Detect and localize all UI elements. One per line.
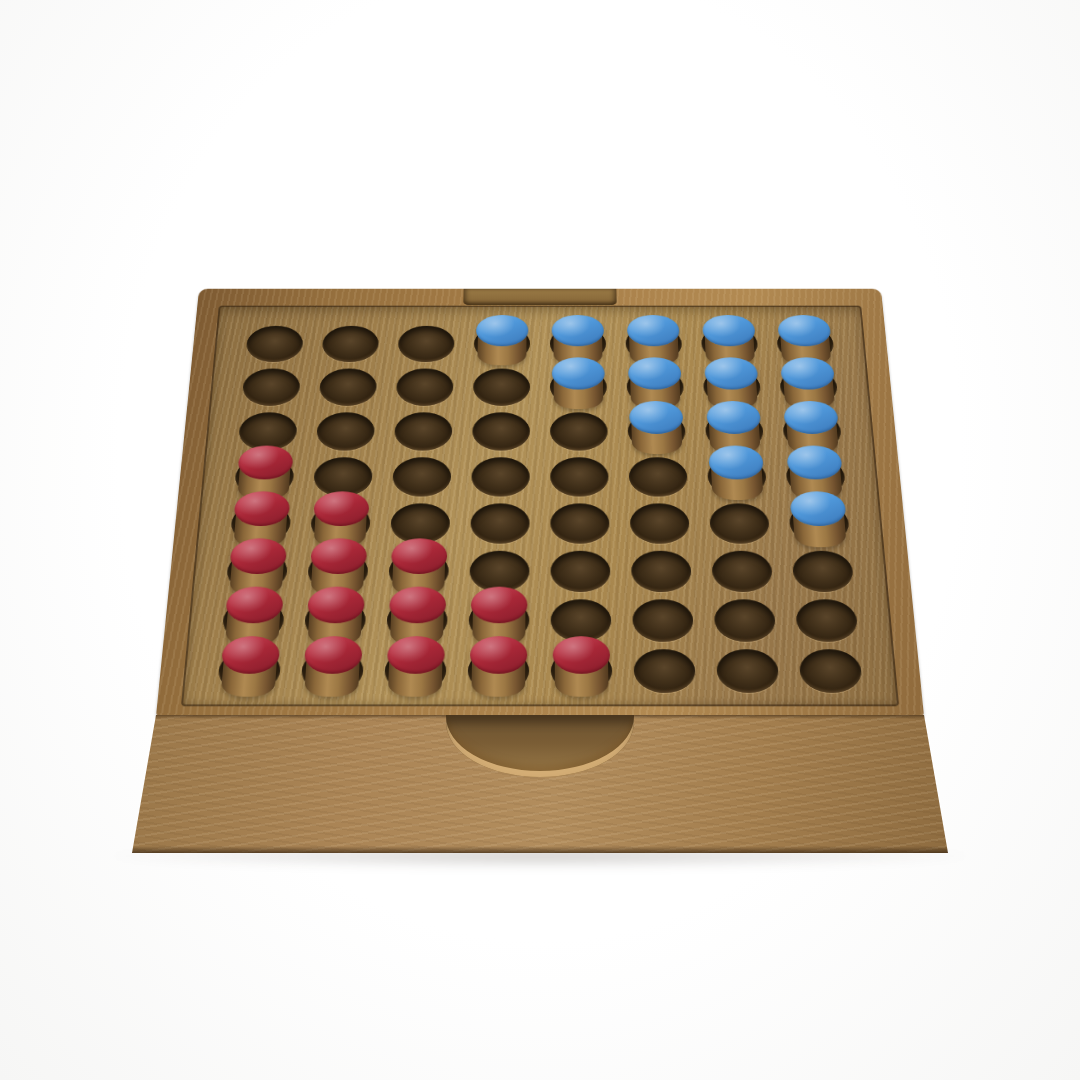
hole: [398, 326, 455, 362]
game-box: [132, 220, 948, 853]
peg-cap-blue: [476, 315, 528, 346]
peg-red[interactable]: [302, 636, 363, 696]
cell-b7[interactable]: [308, 364, 387, 408]
cell-e3[interactable]: [540, 545, 621, 593]
hole: [473, 369, 530, 406]
hole: [630, 503, 690, 543]
cell-g5[interactable]: [696, 452, 777, 498]
cell-e7[interactable]: [540, 364, 617, 408]
cell-c7[interactable]: [386, 364, 464, 408]
hole: [470, 503, 529, 543]
cell-a1[interactable]: [206, 644, 293, 695]
peg-blue[interactable]: [552, 357, 606, 409]
hole: [394, 412, 453, 450]
hole: [798, 649, 863, 693]
hole: [392, 457, 451, 496]
peg-cap-blue: [552, 315, 604, 346]
cell-b6[interactable]: [305, 407, 385, 452]
cell-g4[interactable]: [698, 498, 780, 545]
hole: [709, 503, 770, 543]
cell-h1[interactable]: [787, 644, 874, 695]
hole: [551, 551, 611, 592]
cell-d6[interactable]: [462, 407, 540, 452]
hole: [472, 412, 530, 450]
cell-h2[interactable]: [784, 594, 870, 644]
peg-red[interactable]: [386, 636, 445, 696]
box-top: [156, 289, 924, 716]
cell-e6[interactable]: [540, 407, 618, 452]
peg-cap-red: [553, 636, 610, 674]
hole: [241, 369, 301, 406]
cell-g1[interactable]: [705, 644, 791, 695]
cell-h3[interactable]: [781, 545, 866, 593]
cell-e4[interactable]: [540, 498, 620, 545]
hole: [471, 457, 530, 496]
cell-a8[interactable]: [235, 321, 314, 364]
hole: [795, 599, 859, 641]
hole: [716, 649, 780, 693]
peg-cap-red: [471, 587, 528, 624]
hole: [321, 326, 379, 362]
peg-red[interactable]: [469, 636, 527, 696]
hole: [319, 369, 378, 406]
cell-d8[interactable]: [464, 321, 540, 364]
peg-red[interactable]: [553, 636, 611, 696]
scene: [0, 0, 1080, 1080]
hole: [245, 326, 304, 362]
peg-board: [181, 306, 899, 707]
hole: [633, 649, 696, 693]
cell-f6[interactable]: [617, 407, 696, 452]
peg-blue[interactable]: [629, 401, 684, 454]
cell-g2[interactable]: [703, 594, 788, 644]
hole: [550, 503, 609, 543]
peg-cap-blue: [702, 315, 756, 346]
cell-f3[interactable]: [620, 545, 702, 593]
box-front-panel: [132, 715, 948, 853]
cell-c1[interactable]: [373, 644, 458, 695]
cell-f4[interactable]: [619, 498, 700, 545]
hole: [631, 551, 692, 592]
cell-d4[interactable]: [460, 498, 540, 545]
peg-red[interactable]: [219, 636, 281, 696]
cell-b8[interactable]: [311, 321, 389, 364]
hole: [792, 551, 855, 592]
cell-d7[interactable]: [463, 364, 540, 408]
cell-g3[interactable]: [700, 545, 783, 593]
hole: [714, 599, 777, 641]
box-bottom-edge: [132, 846, 948, 853]
hole: [550, 412, 608, 450]
peg-cap-blue: [629, 401, 684, 434]
cell-f2[interactable]: [621, 594, 705, 644]
peg-cap-blue: [708, 446, 764, 480]
cell-a7[interactable]: [231, 364, 311, 408]
peg-blue[interactable]: [789, 491, 848, 547]
cell-c8[interactable]: [388, 321, 465, 364]
hole: [316, 412, 375, 450]
peg-blue[interactable]: [476, 315, 529, 365]
peg-cap-red: [470, 636, 527, 674]
hole: [632, 599, 694, 641]
cell-e5[interactable]: [540, 452, 619, 498]
cell-b1[interactable]: [289, 644, 375, 695]
peg-cap-blue: [706, 401, 761, 434]
cell-h4[interactable]: [778, 498, 861, 545]
peg-cap-blue: [628, 357, 682, 389]
cell-e1[interactable]: [540, 644, 624, 695]
back-rim-notch: [463, 289, 616, 305]
peg-cap-blue: [627, 315, 680, 346]
hole: [711, 551, 773, 592]
hole: [629, 457, 688, 496]
cell-c5[interactable]: [382, 452, 462, 498]
cell-f5[interactable]: [618, 452, 698, 498]
cell-c6[interactable]: [384, 407, 463, 452]
cell-f1[interactable]: [622, 644, 707, 695]
cell-d5[interactable]: [461, 452, 540, 498]
hole: [396, 369, 454, 406]
finger-notch: [446, 715, 634, 777]
peg-cap-blue: [704, 357, 759, 389]
cell-d1[interactable]: [456, 644, 540, 695]
hole: [550, 457, 609, 496]
peg-blue[interactable]: [708, 446, 765, 500]
peg-cap-blue: [552, 357, 605, 389]
